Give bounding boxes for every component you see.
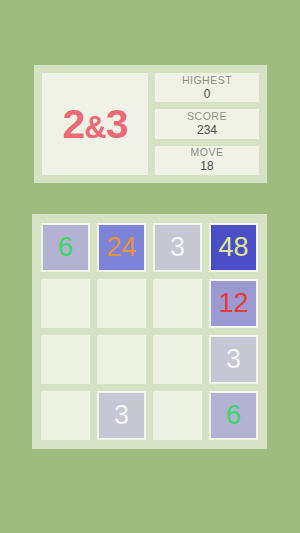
tile-24: 24 [97,223,146,272]
empty-cell [41,391,90,440]
empty-cell [153,391,202,440]
tile-48: 48 [209,223,258,272]
tile-6: 6 [41,223,90,272]
empty-cell [153,279,202,328]
header-panel: 2&3 HIGHEST 0 SCORE 234 MOVE 18 [34,65,267,183]
stats-column: HIGHEST 0 SCORE 234 MOVE 18 [155,73,259,175]
move-value: 18 [200,159,213,174]
empty-cell [41,335,90,384]
tile-6: 6 [209,391,258,440]
tile-3: 3 [153,223,202,272]
tile-12: 12 [209,279,258,328]
highest-box: HIGHEST 0 [155,73,259,102]
empty-cell [97,335,146,384]
title-ampersand: & [84,110,105,145]
highest-value: 0 [204,87,211,102]
score-box: SCORE 234 [155,109,259,138]
title-digit-3: 3 [106,101,128,147]
move-label: MOVE [191,146,224,159]
move-box: MOVE 18 [155,146,259,175]
score-label: SCORE [187,110,227,123]
empty-cell [97,279,146,328]
logo-box: 2&3 [42,73,148,175]
title-digit-2: 2 [62,101,84,147]
tile-3: 3 [97,391,146,440]
tile-3: 3 [209,335,258,384]
empty-cell [41,279,90,328]
game-board[interactable]: 62434812336 [32,214,267,449]
empty-cell [153,335,202,384]
highest-label: HIGHEST [182,74,232,87]
score-value: 234 [197,123,217,138]
app-title: 2&3 [62,104,127,145]
